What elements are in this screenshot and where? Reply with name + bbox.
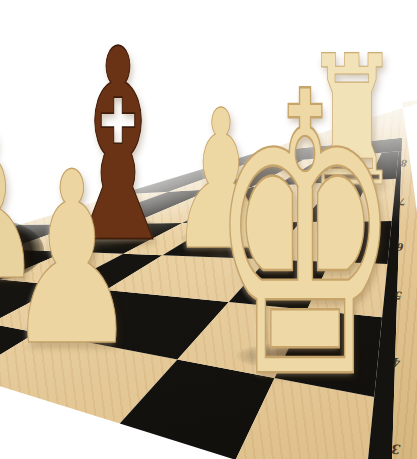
piece-white-king-h4: ♚ [209,42,401,432]
chessboard-photo: 345678 ♜♝♟♟♟♚ [0,0,417,459]
piece-white-pawn-f4-f4: ♟ [6,141,138,379]
pieces-layer: ♜♝♟♟♟♚ [0,0,417,459]
